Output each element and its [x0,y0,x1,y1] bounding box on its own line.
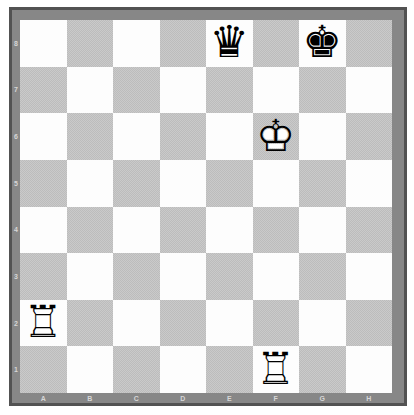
square-c1[interactable] [113,346,160,393]
rank-label-4: 4 [12,207,20,254]
rank-label-7: 7 [12,67,20,114]
square-e7[interactable] [206,67,253,114]
white-king[interactable]: ♚♔ [253,113,300,160]
square-a2[interactable]: ♜♖ [20,300,67,347]
white-rook-fill: ♜ [20,299,67,346]
square-g6[interactable] [299,113,346,160]
square-d7[interactable] [160,67,207,114]
square-f8[interactable] [253,20,300,67]
square-c5[interactable] [113,160,160,207]
square-a8[interactable] [20,20,67,67]
file-label-e: E [206,393,253,403]
square-h5[interactable] [346,160,393,207]
file-label-h: H [346,393,393,403]
square-d8[interactable] [160,20,207,67]
square-f7[interactable] [253,67,300,114]
square-e2[interactable] [206,300,253,347]
file-label-g: G [299,393,346,403]
square-d6[interactable] [160,113,207,160]
rank-label-5: 5 [12,160,20,207]
square-b8[interactable] [67,20,114,67]
file-label-f: F [253,393,300,403]
board-frame: 87654321 ♛♚♚♔♜♖♜♖ ABCDEFGH [9,7,407,406]
black-queen-glyph: ♛ [206,19,253,66]
square-b3[interactable] [67,253,114,300]
white-rook-outline: ♖ [20,299,67,346]
square-d4[interactable] [160,207,207,254]
white-rook-outline: ♖ [253,345,300,392]
square-d2[interactable] [160,300,207,347]
square-g7[interactable] [299,67,346,114]
file-label-a: A [20,393,67,403]
white-rook-fill: ♜ [253,345,300,392]
white-rook[interactable]: ♜♖ [253,346,300,393]
square-c2[interactable] [113,300,160,347]
square-a6[interactable] [20,113,67,160]
rank-label-3: 3 [12,253,20,300]
square-d3[interactable] [160,253,207,300]
square-h3[interactable] [346,253,393,300]
square-c7[interactable] [113,67,160,114]
square-e6[interactable] [206,113,253,160]
square-b2[interactable] [67,300,114,347]
square-a7[interactable] [20,67,67,114]
square-c8[interactable] [113,20,160,67]
square-e5[interactable] [206,160,253,207]
square-d5[interactable] [160,160,207,207]
rank-labels: 87654321 [12,20,20,393]
square-a4[interactable] [20,207,67,254]
square-c4[interactable] [113,207,160,254]
white-rook[interactable]: ♜♖ [20,300,67,347]
file-label-d: D [160,393,207,403]
square-b6[interactable] [67,113,114,160]
square-b5[interactable] [67,160,114,207]
square-e4[interactable] [206,207,253,254]
square-g5[interactable] [299,160,346,207]
square-b7[interactable] [67,67,114,114]
rank-label-1: 1 [12,346,20,393]
square-e8[interactable]: ♛ [206,20,253,67]
square-f6[interactable]: ♚♔ [253,113,300,160]
square-g3[interactable] [299,253,346,300]
square-b1[interactable] [67,346,114,393]
square-e3[interactable] [206,253,253,300]
white-king-fill: ♚ [253,112,300,159]
square-e1[interactable] [206,346,253,393]
square-f5[interactable] [253,160,300,207]
square-g4[interactable] [299,207,346,254]
rank-label-2: 2 [12,300,20,347]
square-d1[interactable] [160,346,207,393]
square-g2[interactable] [299,300,346,347]
square-f2[interactable] [253,300,300,347]
square-f1[interactable]: ♜♖ [253,346,300,393]
file-label-b: B [67,393,114,403]
white-king-outline: ♔ [253,112,300,159]
square-h2[interactable] [346,300,393,347]
rank-label-6: 6 [12,113,20,160]
square-h6[interactable] [346,113,393,160]
black-queen[interactable]: ♛ [206,20,253,67]
square-h7[interactable] [346,67,393,114]
square-f3[interactable] [253,253,300,300]
rank-label-8: 8 [12,20,20,67]
black-king-glyph: ♚ [299,19,346,66]
square-h4[interactable] [346,207,393,254]
square-a3[interactable] [20,253,67,300]
square-a5[interactable] [20,160,67,207]
square-a1[interactable] [20,346,67,393]
file-labels: ABCDEFGH [20,393,392,403]
square-h8[interactable] [346,20,393,67]
black-king[interactable]: ♚ [299,20,346,67]
square-g8[interactable]: ♚ [299,20,346,67]
square-c6[interactable] [113,113,160,160]
square-c3[interactable] [113,253,160,300]
square-h1[interactable] [346,346,393,393]
file-label-c: C [113,393,160,403]
square-g1[interactable] [299,346,346,393]
square-f4[interactable] [253,207,300,254]
square-b4[interactable] [67,207,114,254]
chess-board: ♛♚♚♔♜♖♜♖ [20,20,392,393]
